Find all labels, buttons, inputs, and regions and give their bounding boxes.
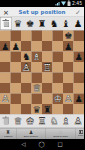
action-bar: × Set up position ✓ [0, 7, 84, 17]
piece-bK: ♚ [64, 30, 73, 41]
square-b4[interactable] [11, 72, 22, 83]
square-h6[interactable]: ♟ [74, 51, 85, 62]
palette-piece-wK[interactable]: ♔ [24, 115, 36, 127]
square-a7[interactable]: ♟ [0, 41, 11, 52]
square-f4[interactable] [53, 72, 64, 83]
palette-piece-wQ[interactable]: ♕ [12, 115, 24, 127]
square-c1[interactable] [21, 104, 32, 115]
piece-wN: ♘ [50, 116, 59, 127]
page-title: Set up position [12, 9, 72, 16]
square-h4[interactable] [74, 72, 85, 83]
palette-piece-wB[interactable]: ♗ [60, 115, 72, 127]
recents-icon[interactable]: □ [58, 139, 63, 150]
square-c6[interactable]: ♞ [21, 51, 32, 62]
piece-bP: ♟ [11, 41, 20, 52]
palette-piece-wN[interactable]: ♘ [48, 115, 60, 127]
square-d8[interactable] [32, 30, 43, 41]
back-icon[interactable]: ◁ [21, 139, 25, 150]
square-b1[interactable] [11, 104, 22, 115]
square-c3[interactable] [21, 83, 32, 94]
piece-bP: ♟ [1, 41, 10, 52]
square-c7[interactable] [21, 41, 32, 52]
piece-bR: ♜ [38, 18, 47, 29]
square-h3[interactable] [74, 83, 85, 94]
piece-wQ: ♕ [14, 116, 23, 127]
square-f5[interactable] [53, 62, 64, 73]
square-e8[interactable] [42, 30, 53, 41]
square-a8[interactable] [0, 30, 11, 41]
piece-bQ: ♛ [32, 104, 41, 115]
toolbar-button-white-to-move[interactable]: ♙White to move [46, 128, 76, 139]
piece-wB: ♗ [62, 116, 71, 127]
app-window: 2:45 × Set up position ✓ ♛♚♜♞♝♟ ♚♟♟♟♞♗♟♙… [0, 0, 84, 150]
square-d1[interactable]: ♛ [32, 104, 43, 115]
toolbar-button-castling[interactable]: ♜Castling [0, 128, 17, 139]
square-e2[interactable] [42, 93, 53, 104]
piece-wQ: ♕ [32, 83, 41, 94]
palette-piece-bQ[interactable]: ♛ [12, 17, 24, 30]
square-g2[interactable]: ♙ [63, 93, 74, 104]
square-f3[interactable] [53, 83, 64, 94]
square-h5[interactable] [74, 62, 85, 73]
toolbar-button-label: Castling [4, 135, 12, 136]
white-pawn-icon: ♙ [58, 130, 62, 135]
palette-piece-bR[interactable]: ♜ [36, 17, 48, 30]
square-d4[interactable] [32, 72, 43, 83]
piece-bB: ♝ [62, 18, 71, 29]
piece-bN: ♞ [50, 18, 59, 29]
piece-bP: ♟ [74, 93, 83, 104]
square-h1[interactable] [74, 104, 85, 115]
square-a6[interactable] [0, 51, 11, 62]
piece-wB: ♗ [32, 51, 41, 62]
toolbar-button-label: White to move [53, 135, 68, 136]
piece-wR: ♖ [43, 62, 52, 73]
toolbar-button-label: Black to move [24, 135, 38, 136]
square-h2[interactable]: ♟ [74, 93, 85, 104]
square-g5[interactable] [63, 62, 74, 73]
square-f6[interactable] [53, 51, 64, 62]
trash-icon[interactable] [0, 115, 12, 127]
piece-bK: ♚ [26, 18, 35, 29]
square-g8[interactable]: ♚ [63, 30, 74, 41]
square-b2[interactable] [11, 93, 22, 104]
piece-wP: ♙ [74, 116, 83, 127]
square-f2[interactable]: ♔ [53, 93, 64, 104]
trash-icon [3, 21, 9, 27]
piece-bP: ♟ [74, 18, 83, 29]
square-b3[interactable] [11, 83, 22, 94]
square-d5[interactable] [32, 62, 43, 73]
palette-piece-wR[interactable]: ♖ [36, 115, 48, 127]
square-a3[interactable] [0, 83, 11, 94]
square-h8[interactable] [74, 30, 85, 41]
trash-icon [3, 119, 9, 125]
castling-rook-icon: ♜ [6, 130, 10, 135]
square-e4[interactable] [42, 72, 53, 83]
setup-toolbar: ♜Castling♟Black to move♙White to moveCle… [0, 128, 84, 139]
piece-wP: ♙ [22, 62, 31, 73]
square-c4[interactable] [21, 72, 32, 83]
square-e7[interactable] [42, 41, 53, 52]
square-a4[interactable] [0, 72, 11, 83]
square-d3[interactable]: ♕ [32, 83, 43, 94]
piece-bP: ♟ [64, 41, 73, 52]
palette-piece-bP[interactable]: ♟ [72, 17, 84, 30]
piece-palette-black: ♛♚♜♞♝♟ [0, 17, 84, 30]
close-icon[interactable]: × [0, 7, 12, 17]
square-g1[interactable] [63, 104, 74, 115]
piece-wR: ♖ [38, 116, 47, 127]
battery-icon [67, 1, 70, 6]
square-g3[interactable] [63, 83, 74, 94]
palette-piece-bK[interactable]: ♚ [24, 17, 36, 30]
piece-bQ: ♛ [14, 18, 23, 29]
square-f1[interactable] [53, 104, 64, 115]
chess-board: ♚♟♟♟♞♗♟♙♖♕♙♔♙♟♛♜ [0, 30, 84, 114]
square-g4[interactable] [63, 72, 74, 83]
square-c2[interactable] [21, 93, 32, 104]
piece-wK: ♔ [26, 116, 35, 127]
square-b7[interactable]: ♟ [11, 41, 22, 52]
palette-piece-bN[interactable]: ♞ [48, 17, 60, 30]
square-d7[interactable] [32, 41, 43, 52]
navigation-bar: ◁ ◯ □ [0, 139, 84, 150]
piece-wK: ♔ [53, 93, 62, 104]
square-e6[interactable] [42, 51, 53, 62]
square-a2[interactable]: ♙ [0, 93, 11, 104]
square-a1[interactable] [0, 104, 11, 115]
piece-wP: ♙ [1, 93, 10, 104]
square-f8[interactable] [53, 30, 64, 41]
square-h7[interactable] [74, 41, 85, 52]
square-c5[interactable]: ♙ [21, 62, 32, 73]
toolbar-button-clear[interactable]: Clear [76, 128, 84, 139]
confirm-icon[interactable]: ✓ [72, 7, 84, 17]
square-d6[interactable]: ♗ [32, 51, 43, 62]
signal-icon [55, 2, 59, 6]
piece-palette-white: ♕♔♖♘♗♙ [0, 114, 84, 127]
piece-bP: ♟ [74, 51, 83, 62]
square-b8[interactable] [11, 30, 22, 41]
square-e1[interactable]: ♜ [42, 104, 53, 115]
palette-piece-wP[interactable]: ♙ [72, 115, 84, 127]
toolbar-button-black-to-move[interactable]: ♟Black to move [17, 128, 46, 139]
square-f7[interactable] [53, 41, 64, 52]
toolbar-button-label: Clear [78, 135, 83, 136]
piece-bN: ♞ [22, 51, 31, 62]
square-e3[interactable] [42, 83, 53, 94]
square-e5[interactable]: ♖ [42, 62, 53, 73]
home-icon[interactable]: ◯ [38, 139, 44, 150]
square-a5[interactable] [0, 62, 11, 73]
palette-piece-bB[interactable]: ♝ [60, 17, 72, 30]
square-g6[interactable] [63, 51, 74, 62]
square-b5[interactable] [11, 62, 22, 73]
square-c8[interactable] [21, 30, 32, 41]
black-pawn-icon: ♟ [29, 130, 33, 135]
wifi-icon [61, 2, 66, 6]
square-d2[interactable] [32, 93, 43, 104]
square-g7[interactable]: ♟ [63, 41, 74, 52]
piece-wP: ♙ [64, 93, 73, 104]
piece-bR: ♜ [43, 104, 52, 115]
trash-icon[interactable] [0, 17, 12, 30]
square-b6[interactable] [11, 51, 22, 62]
